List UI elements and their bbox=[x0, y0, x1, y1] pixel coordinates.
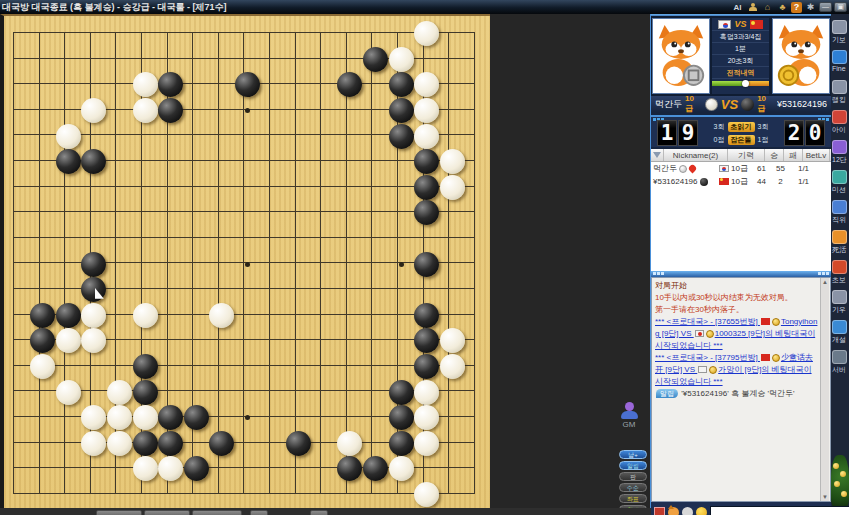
shortcut-icon bbox=[832, 290, 847, 304]
white-stone bbox=[414, 98, 439, 123]
star-point bbox=[245, 262, 250, 267]
table-row[interactable]: ¥53162419610급4421/1 bbox=[651, 175, 831, 188]
left-player-avatar bbox=[652, 18, 710, 94]
black-stone bbox=[56, 303, 81, 328]
star-point bbox=[245, 108, 250, 113]
black-stone bbox=[389, 98, 414, 123]
black-stone bbox=[389, 124, 414, 149]
black-clock-digit: 0 bbox=[805, 120, 825, 146]
black-stone bbox=[56, 149, 81, 174]
scroll-up-arrow[interactable]: ▲ bbox=[822, 279, 828, 285]
shortcut-직위[interactable]: 직위 bbox=[832, 200, 849, 225]
right-player-rank: 10급 bbox=[757, 94, 774, 114]
white-stone bbox=[414, 124, 439, 149]
black-stone bbox=[414, 354, 439, 379]
avatar-section: VS 흑덤3과3/4집 1분 20초3회 전적내역 bbox=[651, 16, 831, 96]
china-flag-icon bbox=[750, 20, 763, 29]
white-clock-digit: 9 bbox=[678, 120, 698, 146]
white-stone bbox=[133, 303, 158, 328]
white-stone bbox=[133, 72, 158, 97]
shortcut-개설[interactable]: 개설 bbox=[832, 320, 849, 345]
black-stone bbox=[81, 252, 106, 277]
shortcut-label: 기우 bbox=[832, 305, 849, 315]
player-vs-bar: 먹간두 10급 VS 10급 ¥531624196 bbox=[651, 96, 831, 112]
black-stone bbox=[133, 431, 158, 456]
komi-text: 흑덤3과3/4집 bbox=[712, 31, 769, 43]
chat-input[interactable] bbox=[710, 506, 849, 515]
table-betlv: 1/1 bbox=[790, 175, 817, 188]
black-stone bbox=[184, 405, 209, 430]
white-stone bbox=[81, 303, 106, 328]
shortcut-기우[interactable]: 기우 bbox=[832, 290, 849, 315]
black-clock-digit: 2 bbox=[784, 120, 804, 146]
black-stone bbox=[389, 72, 414, 97]
black-stone bbox=[286, 431, 311, 456]
smiley-icon[interactable] bbox=[696, 507, 707, 515]
table-wins: 61 bbox=[752, 162, 771, 175]
white-stone bbox=[440, 328, 465, 353]
board-toggle-수순[interactable]: 수순 bbox=[619, 483, 647, 492]
match-history-button[interactable]: 전적내역 bbox=[712, 67, 769, 79]
black-stone bbox=[389, 431, 414, 456]
side-gutter: GM 남+알림판수순좌표확대 bbox=[490, 14, 650, 508]
table-losses: 55 bbox=[771, 162, 790, 175]
white-stone bbox=[337, 431, 362, 456]
shortcut-미션[interactable]: 미션 bbox=[832, 170, 849, 195]
shortcut-label: 초보 bbox=[832, 275, 849, 285]
money-tree-graphic bbox=[831, 455, 849, 508]
china-flag-icon bbox=[761, 318, 770, 325]
captures-row: 0점 잡은돌 1점 bbox=[699, 134, 783, 146]
white-stone bbox=[81, 431, 106, 456]
shortcut-label: 기보 bbox=[832, 35, 849, 45]
white-stone bbox=[440, 175, 465, 200]
bar-marker bbox=[742, 80, 749, 87]
hand-icon[interactable]: ♣ bbox=[776, 2, 789, 13]
vs-label: VS bbox=[721, 97, 738, 112]
shortcut-label: 직위 bbox=[832, 215, 849, 225]
win-rate-bar bbox=[712, 81, 769, 86]
white-stone bbox=[107, 380, 132, 405]
table-row[interactable]: 먹간두10급61551/1 bbox=[651, 162, 831, 175]
main-time-text: 1분 bbox=[712, 43, 769, 55]
shortcut-icon bbox=[832, 50, 847, 64]
restore-button[interactable]: ▣ bbox=[834, 2, 847, 12]
white-stone bbox=[389, 456, 414, 481]
flags-row: VS bbox=[712, 18, 769, 31]
white-stone bbox=[133, 98, 158, 123]
white-stone bbox=[30, 354, 55, 379]
table-nickname: ¥531624196 bbox=[653, 175, 698, 188]
board-view-toggles: 남+알림판수순좌표확대 bbox=[619, 450, 647, 514]
black-stone bbox=[414, 175, 439, 200]
white-stone-icon bbox=[705, 98, 718, 111]
chat-scrollbar[interactable]: ▲ ▼ bbox=[820, 278, 829, 501]
white-stone bbox=[133, 456, 158, 481]
scroll-down-arrow[interactable]: ▼ bbox=[822, 494, 828, 500]
shortcut-label: 서버 bbox=[832, 365, 849, 375]
shortcut-12단[interactable]: 12단 bbox=[832, 140, 849, 165]
app-window: 대국방 대국종료 (흑 불계승) - 승강급 - 대국룰 - [제71수] AI… bbox=[0, 0, 849, 515]
chat-message: 10手以内或30秒以内结束为无效对局。 bbox=[655, 292, 820, 304]
japan-flag-icon bbox=[695, 330, 704, 337]
black-stone bbox=[389, 405, 414, 430]
byoyomi-text: 20초3회 bbox=[712, 55, 769, 67]
coin-icon bbox=[772, 318, 780, 326]
clock-panel: 19 20 3회 초읽기 3회 0점 잡은돌 1점 bbox=[651, 115, 831, 147]
shortcut-label: 미션 bbox=[832, 185, 849, 195]
shortcut-Fine[interactable]: Fine bbox=[832, 50, 849, 72]
settings-gear-icon[interactable]: ✱ bbox=[804, 2, 817, 13]
table-losses: 2 bbox=[771, 175, 790, 188]
location-pin-icon bbox=[688, 164, 698, 174]
black-stone bbox=[30, 303, 55, 328]
table-rank: 10급 bbox=[731, 164, 748, 173]
user-icon[interactable] bbox=[746, 2, 759, 13]
shortcut-label: 아이 bbox=[832, 125, 849, 135]
taskbar-button-1[interactable] bbox=[96, 510, 142, 515]
black-stone bbox=[414, 303, 439, 328]
shortcut-icon bbox=[832, 170, 847, 184]
white-clock-display: 19 bbox=[657, 120, 698, 146]
shortcut-랭킹[interactable]: 랭킹 bbox=[832, 80, 849, 105]
coin-icon bbox=[706, 330, 714, 338]
black-clock-display: 20 bbox=[784, 120, 825, 146]
black-stone bbox=[158, 431, 183, 456]
speech-bubble-icon[interactable] bbox=[682, 507, 693, 515]
table-wins: 44 bbox=[752, 175, 771, 188]
taskbar-button-3[interactable] bbox=[192, 510, 242, 515]
shortcut-icon bbox=[832, 260, 847, 274]
korea-flag-icon bbox=[718, 20, 731, 29]
board-toggle-판[interactable]: 판 bbox=[619, 472, 647, 481]
white-stone bbox=[107, 431, 132, 456]
match-info-column: VS 흑덤3과3/4집 1분 20초3회 전적내역 bbox=[712, 18, 769, 94]
white-stone bbox=[414, 431, 439, 456]
chat-message: 알림 '¥531624196' 흑 불계승 '먹간두' bbox=[655, 388, 820, 400]
notice-badge: 알림 bbox=[656, 389, 678, 398]
taskbar-button-5[interactable] bbox=[310, 510, 328, 515]
block-icon[interactable] bbox=[654, 507, 665, 515]
title-bar: 대국방 대국종료 (흑 불계승) - 승강급 - 대국룰 - [제71수] AI… bbox=[0, 0, 849, 14]
board-toggle-남+[interactable]: 남+ bbox=[619, 450, 647, 459]
black-stone bbox=[158, 98, 183, 123]
byoyomi-row: 3회 초읽기 3회 bbox=[699, 121, 783, 133]
white-stone bbox=[440, 354, 465, 379]
shortcut-서버[interactable]: 서버 bbox=[832, 350, 849, 375]
china-flag-icon bbox=[761, 354, 770, 361]
shortcut-label: 랭킹 bbox=[832, 95, 849, 105]
white-stone bbox=[56, 328, 81, 353]
shortcut-icon bbox=[832, 140, 847, 154]
game-info-panel: VS 흑덤3과3/4집 1분 20초3회 전적내역 bbox=[650, 14, 830, 508]
right-shortcut-strip: 기보Fine랭킹아이12단미션직위死活초보기우개설서버 bbox=[830, 14, 849, 508]
chat-log[interactable]: 对局开始10手以内或30秒以内结束为无效对局。第一手请在30秒内落子。*** <… bbox=[651, 277, 831, 502]
table-nickname: 먹간두 bbox=[653, 162, 677, 175]
white-stone bbox=[209, 303, 234, 328]
board-toggle-알림[interactable]: 알림 bbox=[619, 461, 647, 470]
black-stone bbox=[389, 380, 414, 405]
star-point bbox=[399, 262, 404, 267]
chat-message: 第一手请在30秒内落子。 bbox=[655, 304, 820, 316]
taskbar-button-2[interactable] bbox=[144, 510, 190, 515]
black-stone bbox=[363, 47, 388, 72]
gm-indicator[interactable]: GM bbox=[616, 402, 642, 429]
window-title: 대국방 대국종료 (흑 불계승) - 승강급 - 대국룰 - [제71수] bbox=[0, 1, 227, 14]
black-stone-icon bbox=[700, 178, 708, 186]
shortcut-아이[interactable]: 아이 bbox=[832, 110, 849, 135]
cn-flag-icon bbox=[719, 178, 729, 185]
shortcut-icon bbox=[832, 320, 847, 334]
white-stone bbox=[389, 47, 414, 72]
chat-message: *** <프로대국> - [37655번방] Tongyihong [9단] V… bbox=[655, 316, 820, 352]
help-icon[interactable]: ? bbox=[791, 2, 802, 13]
board-toggle-좌표[interactable]: 좌표 bbox=[619, 494, 647, 503]
ai-button[interactable]: AI bbox=[731, 2, 744, 13]
shortcut-label: 12단 bbox=[832, 155, 849, 165]
black-stone-icon bbox=[741, 98, 754, 111]
table-rank: 10급 bbox=[731, 177, 748, 186]
shortcut-label: Fine bbox=[832, 65, 849, 72]
shortcut-icon bbox=[832, 20, 847, 34]
shortcut-icon bbox=[832, 200, 847, 214]
shortcut-초보[interactable]: 초보 bbox=[832, 260, 849, 285]
chat-message: 对局开始 bbox=[655, 280, 820, 292]
right-player-avatar bbox=[772, 18, 830, 94]
white-stone bbox=[133, 405, 158, 430]
shortcut-label: 死活 bbox=[832, 245, 849, 255]
minimize-button[interactable]: — bbox=[819, 2, 832, 12]
coin-icon bbox=[772, 354, 780, 362]
go-board[interactable] bbox=[0, 14, 490, 508]
kr-flag-icon bbox=[719, 165, 729, 172]
white-stone bbox=[440, 149, 465, 174]
home-icon[interactable]: ⌂ bbox=[761, 2, 774, 13]
emoticon-cat-icon[interactable] bbox=[668, 507, 679, 515]
left-player-name[interactable]: 먹간두 bbox=[655, 98, 682, 111]
chat-toolbar: 보내기➦ bbox=[651, 502, 831, 515]
white-stone bbox=[107, 405, 132, 430]
white-clock-digit: 1 bbox=[657, 120, 677, 146]
black-stone bbox=[414, 252, 439, 277]
white-stone bbox=[56, 380, 81, 405]
shortcut-icon bbox=[832, 80, 847, 94]
shortcut-icon bbox=[832, 110, 847, 124]
coin-icon bbox=[709, 366, 717, 374]
table-header: Nickname(2) 기력 승 패 BetLv bbox=[651, 149, 831, 162]
table-betlv: 1/1 bbox=[790, 162, 817, 175]
korea-flag-icon bbox=[698, 366, 707, 373]
chat-message: *** <프로대국> - [37795번방] 少盦话去开 [9단] VS 가망이… bbox=[655, 352, 820, 388]
white-stone bbox=[414, 380, 439, 405]
shortcut-기보[interactable]: 기보 bbox=[832, 20, 849, 45]
right-player-name[interactable]: ¥531624196 bbox=[777, 99, 827, 109]
shortcut-icon bbox=[832, 350, 847, 364]
player-table: Nickname(2) 기력 승 패 BetLv 먹간두10급61551/1¥5… bbox=[651, 149, 831, 271]
gm-avatar-icon bbox=[625, 402, 634, 411]
shortcut-icon bbox=[832, 230, 847, 244]
black-stone bbox=[209, 431, 234, 456]
left-player-rank: 10급 bbox=[685, 94, 702, 114]
shortcut-label: 개설 bbox=[832, 335, 849, 345]
white-stone bbox=[414, 482, 439, 507]
filter-funnel-icon[interactable] bbox=[653, 152, 661, 158]
black-stone bbox=[133, 380, 158, 405]
taskbar-button-4[interactable] bbox=[250, 510, 268, 515]
black-stone bbox=[184, 456, 209, 481]
shortcut-死活[interactable]: 死活 bbox=[832, 230, 849, 255]
white-stone-icon bbox=[679, 165, 687, 173]
green-segment bbox=[712, 81, 745, 86]
white-stone bbox=[56, 124, 81, 149]
black-stone bbox=[133, 354, 158, 379]
